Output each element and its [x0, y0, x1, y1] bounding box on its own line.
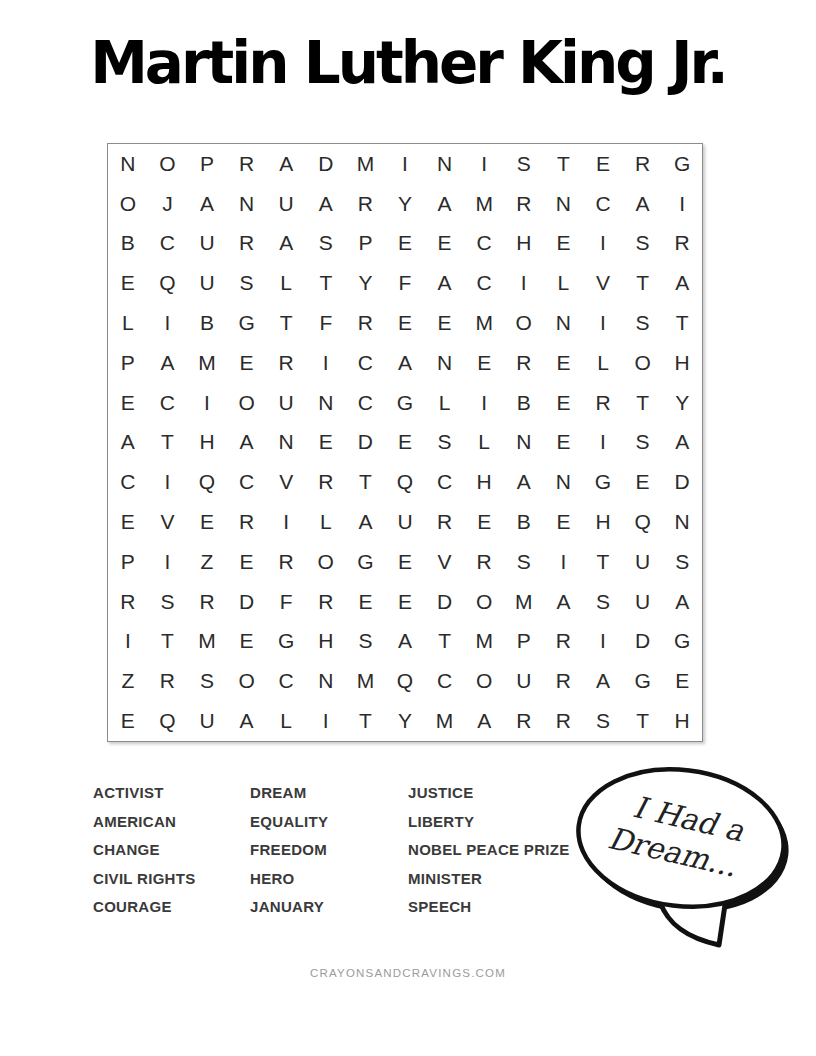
grid-cell-r1c1[interactable]: N	[108, 144, 148, 184]
grid-cell-r3c6[interactable]: S	[306, 224, 346, 264]
word-item: CHANGE	[93, 836, 243, 865]
grid-cell-r10c4[interactable]: R	[227, 502, 267, 542]
grid-cell-r3c10[interactable]: C	[464, 224, 504, 264]
grid-cell-r7c8[interactable]: G	[385, 383, 425, 423]
grid-cell-r7c5[interactable]: U	[266, 383, 306, 423]
word-item: AMERICAN	[93, 808, 243, 837]
grid-cell-r7c14[interactable]: T	[623, 383, 663, 423]
grid-cell-r2c12[interactable]: N	[544, 184, 584, 224]
grid-cell-r11c14[interactable]: U	[623, 542, 663, 582]
grid-cell-r5c9[interactable]: E	[425, 303, 465, 343]
word-item: MINISTER	[408, 865, 578, 894]
grid-cell-r12c14[interactable]: U	[623, 582, 663, 622]
grid-cell-r4c9[interactable]: A	[425, 263, 465, 303]
grid-cell-r14c13[interactable]: A	[583, 661, 623, 701]
grid-cell-r7c3[interactable]: I	[187, 383, 227, 423]
grid-cell-r6c13[interactable]: L	[583, 343, 623, 383]
grid-cell-r12c6[interactable]: R	[306, 582, 346, 622]
grid-cell-r8c5[interactable]: N	[266, 423, 306, 463]
grid-cell-r5c14[interactable]: S	[623, 303, 663, 343]
grid-cell-r4c10[interactable]: C	[464, 263, 504, 303]
grid-cell-r2c14[interactable]: A	[623, 184, 663, 224]
grid-cell-r13c8[interactable]: A	[385, 622, 425, 662]
grid-cell-r4c15[interactable]: A	[662, 263, 702, 303]
grid-cell-r14c5[interactable]: C	[266, 661, 306, 701]
grid-cell-r5c1[interactable]: L	[108, 303, 148, 343]
grid-cell-r11c8[interactable]: E	[385, 542, 425, 582]
grid-cell-r1c11[interactable]: S	[504, 144, 544, 184]
grid-cell-r9c5[interactable]: V	[266, 462, 306, 502]
grid-cell-r15c2[interactable]: Q	[148, 701, 188, 741]
grid-cell-r3c4[interactable]: R	[227, 224, 267, 264]
grid-cell-r2c6[interactable]: A	[306, 184, 346, 224]
grid-cell-r5c10[interactable]: M	[464, 303, 504, 343]
grid-cell-r6c7[interactable]: C	[346, 343, 386, 383]
grid-cell-r10c7[interactable]: A	[346, 502, 386, 542]
grid-cell-r2c3[interactable]: A	[187, 184, 227, 224]
grid-cell-r9c15[interactable]: D	[662, 462, 702, 502]
grid-cell-r7c12[interactable]: E	[544, 383, 584, 423]
word-item: DREAM	[250, 779, 400, 808]
grid-cell-r3c1[interactable]: B	[108, 224, 148, 264]
grid-cell-r2c10[interactable]: M	[464, 184, 504, 224]
grid-cell-r5c13[interactable]: I	[583, 303, 623, 343]
grid-cell-r13c11[interactable]: P	[504, 622, 544, 662]
grid-cell-r14c15[interactable]: E	[662, 661, 702, 701]
grid-cell-r13c2[interactable]: T	[148, 622, 188, 662]
grid-cell-r11c7[interactable]: G	[346, 542, 386, 582]
grid-cell-r13c15[interactable]: G	[662, 622, 702, 662]
grid-cell-r8c9[interactable]: S	[425, 423, 465, 463]
grid-cell-r6c1[interactable]: P	[108, 343, 148, 383]
grid-cell-r7c11[interactable]: B	[504, 383, 544, 423]
grid-cell-r5c11[interactable]: O	[504, 303, 544, 343]
grid-cell-r2c7[interactable]: R	[346, 184, 386, 224]
word-item: COURAGE	[93, 893, 243, 922]
grid-cell-r5c12[interactable]: N	[544, 303, 584, 343]
grid-cell-r1c9[interactable]: N	[425, 144, 465, 184]
grid-cell-r1c3[interactable]: P	[187, 144, 227, 184]
grid-cell-r1c5[interactable]: A	[266, 144, 306, 184]
grid-cell-r10c3[interactable]: E	[187, 502, 227, 542]
grid-cell-r2c15[interactable]: I	[662, 184, 702, 224]
grid-cell-r15c3[interactable]: U	[187, 701, 227, 741]
grid-cell-r8c4[interactable]: A	[227, 423, 267, 463]
grid-cell-r10c15[interactable]: N	[662, 502, 702, 542]
grid-cell-r11c11[interactable]: S	[504, 542, 544, 582]
grid-cell-r13c4[interactable]: E	[227, 622, 267, 662]
grid-cell-r13c5[interactable]: G	[266, 622, 306, 662]
grid-cell-r4c8[interactable]: F	[385, 263, 425, 303]
grid-cell-r14c12[interactable]: R	[544, 661, 584, 701]
grid-cell-r9c14[interactable]: E	[623, 462, 663, 502]
grid-cell-r7c15[interactable]: Y	[662, 383, 702, 423]
grid-cell-r9c6[interactable]: R	[306, 462, 346, 502]
grid-cell-r1c13[interactable]: E	[583, 144, 623, 184]
grid-cell-r13c13[interactable]: I	[583, 622, 623, 662]
grid-cell-r12c12[interactable]: A	[544, 582, 584, 622]
grid-cell-r12c13[interactable]: S	[583, 582, 623, 622]
grid-cell-r7c10[interactable]: I	[464, 383, 504, 423]
grid-cell-r14c2[interactable]: R	[148, 661, 188, 701]
grid-cell-r8c3[interactable]: H	[187, 423, 227, 463]
grid-cell-r15c13[interactable]: S	[583, 701, 623, 741]
grid-cell-r14c3[interactable]: S	[187, 661, 227, 701]
grid-cell-r6c8[interactable]: A	[385, 343, 425, 383]
grid-cell-r4c12[interactable]: L	[544, 263, 584, 303]
word-item: JANUARY	[250, 893, 400, 922]
grid-cell-r9c8[interactable]: Q	[385, 462, 425, 502]
grid-cell-r3c2[interactable]: C	[148, 224, 188, 264]
speech-bubble: I Had a Dream...	[556, 752, 812, 962]
grid-cell-r5c2[interactable]: I	[148, 303, 188, 343]
grid-cell-r13c9[interactable]: T	[425, 622, 465, 662]
grid-cell-r11c1[interactable]: P	[108, 542, 148, 582]
grid-cell-r6c3[interactable]: M	[187, 343, 227, 383]
grid-cell-r7c2[interactable]: C	[148, 383, 188, 423]
grid-cell-r10c5[interactable]: I	[266, 502, 306, 542]
grid-cell-r15c5[interactable]: L	[266, 701, 306, 741]
grid-cell-r13c7[interactable]: S	[346, 622, 386, 662]
grid-cell-r6c12[interactable]: E	[544, 343, 584, 383]
grid-cell-r9c2[interactable]: I	[148, 462, 188, 502]
grid-cell-r15c14[interactable]: T	[623, 701, 663, 741]
grid-cell-r4c11[interactable]: I	[504, 263, 544, 303]
word-item: JUSTICE	[408, 779, 578, 808]
page-title: Martin Luther King Jr.	[0, 24, 816, 102]
grid-cell-r2c2[interactable]: J	[148, 184, 188, 224]
grid-cell-r10c11[interactable]: B	[504, 502, 544, 542]
grid-cell-r14c9[interactable]: C	[425, 661, 465, 701]
word-column-3: JUSTICELIBERTYNOBEL PEACE PRIZEMINISTERS…	[408, 779, 578, 922]
grid-cell-r1c6[interactable]: D	[306, 144, 346, 184]
grid-cell-r1c12[interactable]: T	[544, 144, 584, 184]
grid-cell-r4c1[interactable]: E	[108, 263, 148, 303]
grid-cell-r3c15[interactable]: R	[662, 224, 702, 264]
grid-cell-r2c4[interactable]: N	[227, 184, 267, 224]
grid-cell-r11c3[interactable]: Z	[187, 542, 227, 582]
grid-cell-r2c1[interactable]: O	[108, 184, 148, 224]
grid-cell-r10c14[interactable]: Q	[623, 502, 663, 542]
grid-cell-r15c4[interactable]: A	[227, 701, 267, 741]
grid-cell-r7c6[interactable]: N	[306, 383, 346, 423]
grid-cell-r8c8[interactable]: E	[385, 423, 425, 463]
grid-cell-r10c13[interactable]: H	[583, 502, 623, 542]
grid-cell-r8c14[interactable]: S	[623, 423, 663, 463]
grid-cell-r14c6[interactable]: N	[306, 661, 346, 701]
grid-cell-r9c13[interactable]: G	[583, 462, 623, 502]
grid-cell-r5c4[interactable]: G	[227, 303, 267, 343]
grid-cell-r14c7[interactable]: M	[346, 661, 386, 701]
grid-cell-r10c2[interactable]: V	[148, 502, 188, 542]
grid-cell-r7c7[interactable]: C	[346, 383, 386, 423]
grid-cell-r5c6[interactable]: F	[306, 303, 346, 343]
grid-cell-r8c15[interactable]: A	[662, 423, 702, 463]
grid-cell-r11c15[interactable]: S	[662, 542, 702, 582]
grid-cell-r10c6[interactable]: L	[306, 502, 346, 542]
grid-cell-r14c10[interactable]: O	[464, 661, 504, 701]
grid-cell-r12c5[interactable]: F	[266, 582, 306, 622]
grid-cell-r2c11[interactable]: R	[504, 184, 544, 224]
grid-cell-r14c8[interactable]: Q	[385, 661, 425, 701]
grid-cell-r14c4[interactable]: O	[227, 661, 267, 701]
word-item: CIVIL RIGHTS	[93, 865, 243, 894]
grid-cell-r11c2[interactable]: I	[148, 542, 188, 582]
grid-cell-r11c6[interactable]: O	[306, 542, 346, 582]
grid-cell-r8c12[interactable]: E	[544, 423, 584, 463]
grid-cell-r9c11[interactable]: A	[504, 462, 544, 502]
grid-cell-r7c4[interactable]: O	[227, 383, 267, 423]
grid-cell-r9c3[interactable]: Q	[187, 462, 227, 502]
grid-cell-r4c3[interactable]: U	[187, 263, 227, 303]
grid-cell-r1c8[interactable]: I	[385, 144, 425, 184]
grid-cell-r6c10[interactable]: E	[464, 343, 504, 383]
grid-cell-r11c9[interactable]: V	[425, 542, 465, 582]
grid-cell-r4c14[interactable]: T	[623, 263, 663, 303]
grid-cell-r4c2[interactable]: Q	[148, 263, 188, 303]
grid-cell-r12c11[interactable]: M	[504, 582, 544, 622]
grid-cell-r12c1[interactable]: R	[108, 582, 148, 622]
grid-cell-r9c12[interactable]: N	[544, 462, 584, 502]
grid-cell-r15c7[interactable]: T	[346, 701, 386, 741]
grid-cell-r12c15[interactable]: A	[662, 582, 702, 622]
grid-cell-r12c8[interactable]: E	[385, 582, 425, 622]
word-item: HERO	[250, 865, 400, 894]
grid-cell-r4c13[interactable]: V	[583, 263, 623, 303]
word-search-grid: NOPRADMINISTERGOJANUARYAMRNCAIBCURASPEEC…	[107, 143, 703, 742]
grid-cell-r9c10[interactable]: H	[464, 462, 504, 502]
grid-cell-r6c15[interactable]: H	[662, 343, 702, 383]
word-item: LIBERTY	[408, 808, 578, 837]
grid-cell-r1c14[interactable]: R	[623, 144, 663, 184]
grid-cell-r5c8[interactable]: E	[385, 303, 425, 343]
grid-cell-r3c7[interactable]: P	[346, 224, 386, 264]
grid-cell-r12c9[interactable]: D	[425, 582, 465, 622]
grid-cell-r3c13[interactable]: I	[583, 224, 623, 264]
grid-cell-r9c9[interactable]: C	[425, 462, 465, 502]
grid-cell-r1c10[interactable]: I	[464, 144, 504, 184]
grid-cell-r3c11[interactable]: H	[504, 224, 544, 264]
grid-cell-r5c15[interactable]: T	[662, 303, 702, 343]
grid-cell-r6c5[interactable]: R	[266, 343, 306, 383]
grid-cell-r8c7[interactable]: D	[346, 423, 386, 463]
grid-cell-r12c7[interactable]: E	[346, 582, 386, 622]
grid-cell-r10c1[interactable]: E	[108, 502, 148, 542]
word-item: SPEECH	[408, 893, 578, 922]
grid-cell-r1c15[interactable]: G	[662, 144, 702, 184]
grid-cell-r2c9[interactable]: A	[425, 184, 465, 224]
grid-cell-r11c12[interactable]: I	[544, 542, 584, 582]
grid-cell-r12c3[interactable]: R	[187, 582, 227, 622]
grid-cell-r1c2[interactable]: O	[148, 144, 188, 184]
grid-cell-r13c1[interactable]: I	[108, 622, 148, 662]
grid-cell-r13c10[interactable]: M	[464, 622, 504, 662]
grid-cell-r13c14[interactable]: D	[623, 622, 663, 662]
grid-cell-r15c8[interactable]: Y	[385, 701, 425, 741]
grid-cell-r8c13[interactable]: I	[583, 423, 623, 463]
grid-cell-r2c13[interactable]: C	[583, 184, 623, 224]
grid-cell-r2c5[interactable]: U	[266, 184, 306, 224]
grid-cell-r14c1[interactable]: Z	[108, 661, 148, 701]
word-column-1: ACTIVISTAMERICANCHANGECIVIL RIGHTSCOURAG…	[93, 779, 243, 922]
grid-cell-r15c10[interactable]: A	[464, 701, 504, 741]
grid-cell-r7c9[interactable]: L	[425, 383, 465, 423]
grid-cell-r14c14[interactable]: G	[623, 661, 663, 701]
grid-cell-r10c8[interactable]: U	[385, 502, 425, 542]
word-item: FREEDOM	[250, 836, 400, 865]
grid-cell-r14c11[interactable]: U	[504, 661, 544, 701]
grid-cell-r8c10[interactable]: L	[464, 423, 504, 463]
grid-cell-r6c4[interactable]: E	[227, 343, 267, 383]
grid-cell-r4c5[interactable]: L	[266, 263, 306, 303]
grid-cell-r1c7[interactable]: M	[346, 144, 386, 184]
grid-cell-r10c10[interactable]: E	[464, 502, 504, 542]
grid-cell-r3c12[interactable]: E	[544, 224, 584, 264]
grid-cell-r8c6[interactable]: E	[306, 423, 346, 463]
grid-cell-r12c10[interactable]: O	[464, 582, 504, 622]
grid-cell-r1c4[interactable]: R	[227, 144, 267, 184]
grid-cell-r3c8[interactable]: E	[385, 224, 425, 264]
grid-cell-r7c13[interactable]: R	[583, 383, 623, 423]
grid-cell-r13c12[interactable]: R	[544, 622, 584, 662]
grid-cell-r6c14[interactable]: O	[623, 343, 663, 383]
word-item: NOBEL PEACE PRIZE	[408, 836, 578, 865]
grid-cell-r5c3[interactable]: B	[187, 303, 227, 343]
worksheet-page: Martin Luther King Jr. NOPRADMINISTERGOJ…	[0, 0, 816, 1056]
grid-cell-r6c6[interactable]: I	[306, 343, 346, 383]
grid-cell-r6c11[interactable]: R	[504, 343, 544, 383]
grid-cell-r15c11[interactable]: R	[504, 701, 544, 741]
grid-cell-r3c5[interactable]: A	[266, 224, 306, 264]
grid-cell-r5c7[interactable]: R	[346, 303, 386, 343]
word-item: ACTIVIST	[93, 779, 243, 808]
grid-cell-r13c3[interactable]: M	[187, 622, 227, 662]
grid-cell-r15c15[interactable]: H	[662, 701, 702, 741]
grid-cell-r12c2[interactable]: S	[148, 582, 188, 622]
grid-cell-r9c7[interactable]: T	[346, 462, 386, 502]
grid-cell-r3c9[interactable]: E	[425, 224, 465, 264]
grid-cell-r6c9[interactable]: N	[425, 343, 465, 383]
grid-cell-r5c5[interactable]: T	[266, 303, 306, 343]
grid-cell-r15c12[interactable]: R	[544, 701, 584, 741]
grid-cell-r10c12[interactable]: E	[544, 502, 584, 542]
grid-cell-r11c13[interactable]: T	[583, 542, 623, 582]
grid-cell-r11c5[interactable]: R	[266, 542, 306, 582]
website-credit: CRAYONSANDCRAVINGS.COM	[0, 967, 816, 979]
grid-cell-r9c4[interactable]: C	[227, 462, 267, 502]
word-column-2: DREAMEQUALITYFREEDOMHEROJANUARY	[250, 779, 400, 922]
grid-cell-r7c1[interactable]: E	[108, 383, 148, 423]
grid-cell-r10c9[interactable]: R	[425, 502, 465, 542]
grid-cell-r4c7[interactable]: Y	[346, 263, 386, 303]
grid-cell-r4c6[interactable]: T	[306, 263, 346, 303]
speech-bubble-graphic: I Had a Dream...	[556, 752, 812, 962]
grid-cell-r11c10[interactable]: R	[464, 542, 504, 582]
grid-cell-r2c8[interactable]: Y	[385, 184, 425, 224]
grid-cell-r3c3[interactable]: U	[187, 224, 227, 264]
grid-cell-r13c6[interactable]: H	[306, 622, 346, 662]
grid-cell-r3c14[interactable]: S	[623, 224, 663, 264]
grid-cell-r15c6[interactable]: I	[306, 701, 346, 741]
grid-cell-r8c1[interactable]: A	[108, 423, 148, 463]
grid-cell-r6c2[interactable]: A	[148, 343, 188, 383]
grid-cell-r8c2[interactable]: T	[148, 423, 188, 463]
grid-cell-r15c9[interactable]: M	[425, 701, 465, 741]
grid-cell-r15c1[interactable]: E	[108, 701, 148, 741]
grid-cell-r8c11[interactable]: N	[504, 423, 544, 463]
grid-cell-r11c4[interactable]: E	[227, 542, 267, 582]
grid-cell-r9c1[interactable]: C	[108, 462, 148, 502]
word-item: EQUALITY	[250, 808, 400, 837]
grid-cell-r12c4[interactable]: D	[227, 582, 267, 622]
grid-cell-r4c4[interactable]: S	[227, 263, 267, 303]
